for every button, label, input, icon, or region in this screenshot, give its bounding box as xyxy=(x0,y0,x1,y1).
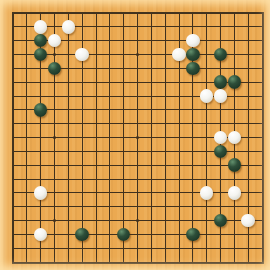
white-stone[interactable] xyxy=(62,20,76,34)
black-stone[interactable] xyxy=(186,228,200,242)
white-stone[interactable] xyxy=(200,186,214,200)
star-point xyxy=(53,136,56,139)
white-stone[interactable] xyxy=(241,214,255,228)
black-stone[interactable] xyxy=(214,75,228,89)
black-stone[interactable] xyxy=(34,103,48,117)
go-board-scene xyxy=(0,0,270,270)
star-point xyxy=(136,136,139,139)
white-stone[interactable] xyxy=(34,186,48,200)
star-point xyxy=(136,219,139,222)
black-stone[interactable] xyxy=(228,158,242,172)
star-point xyxy=(53,53,56,56)
white-stone[interactable] xyxy=(228,186,242,200)
black-stone[interactable] xyxy=(186,62,200,76)
white-stone[interactable] xyxy=(214,89,228,103)
white-stone[interactable] xyxy=(200,89,214,103)
white-stone[interactable] xyxy=(75,48,89,62)
star-point xyxy=(53,219,56,222)
black-stone[interactable] xyxy=(75,228,89,242)
white-stone[interactable] xyxy=(186,34,200,48)
star-point xyxy=(136,53,139,56)
white-stone[interactable] xyxy=(34,20,48,34)
black-stone[interactable] xyxy=(186,48,200,62)
white-stone[interactable] xyxy=(172,48,186,62)
black-stone[interactable] xyxy=(228,75,242,89)
